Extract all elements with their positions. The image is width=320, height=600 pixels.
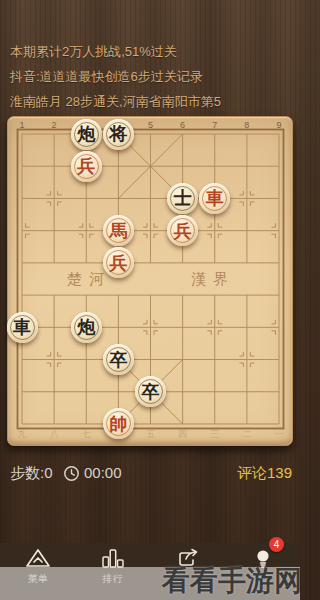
piece-black-soldier[interactable]: 卒 — [103, 344, 134, 375]
ticker-line-2: 抖音:道道道最快创造6步过关记录 — [10, 69, 203, 85]
piece-black-cannon[interactable]: 炮 — [71, 119, 102, 150]
piece-red-chariot[interactable]: 車 — [199, 183, 230, 214]
piece-black-general[interactable]: 将 — [103, 119, 134, 150]
ticker-line-1: 本期累计2万人挑战,51%过关 — [10, 44, 177, 60]
xiangqi-board[interactable]: 123456789 九八七六五四三二一 楚河 漢界 炮将兵士車馬兵兵車炮卒卒帥 — [7, 116, 293, 446]
move-counter: 步数:0 — [10, 464, 53, 483]
coord-top-5: 5 — [148, 120, 153, 130]
coord-top-2: 2 — [52, 120, 57, 130]
ticker-line-3: 淮南皓月 28步通关,河南省南阳市第5 — [10, 94, 221, 110]
piece-black-chariot[interactable]: 車 — [7, 312, 38, 343]
coord-top-8: 8 — [244, 120, 249, 130]
coord-bottom-6: 四 — [178, 428, 187, 441]
move-count-value: 0 — [44, 464, 52, 481]
coord-bottom-1: 九 — [18, 428, 27, 441]
coord-bottom-8: 二 — [242, 428, 251, 441]
watermark-text: 看看手游网 — [162, 564, 300, 598]
coord-bottom-9: 一 — [275, 428, 284, 441]
ranking-bars-icon — [100, 548, 126, 568]
piece-red-horse[interactable]: 馬 — [103, 215, 134, 246]
comments-button[interactable]: 评论139 — [237, 464, 292, 483]
coord-bottom-7: 三 — [210, 428, 219, 441]
river-label-right: 漢界 — [191, 270, 235, 289]
coord-top-1: 1 — [19, 120, 24, 130]
piece-black-cannon[interactable]: 炮 — [71, 312, 102, 343]
timer-value: 00:00 — [84, 464, 122, 481]
coord-top-7: 7 — [212, 120, 217, 130]
coord-top-9: 9 — [276, 120, 281, 130]
menu-up-icon — [25, 548, 51, 568]
piece-red-soldier[interactable]: 兵 — [71, 151, 102, 182]
river-label-left: 楚河 — [67, 270, 111, 289]
clock-icon — [63, 465, 80, 482]
coord-bottom-5: 五 — [146, 428, 155, 441]
coord-top-6: 6 — [180, 120, 185, 130]
coord-bottom-2: 八 — [50, 428, 59, 441]
status-bar: 步数:0 00:00 评论139 — [0, 464, 300, 484]
notification-badge: 4 — [269, 537, 284, 552]
coord-bottom-3: 七 — [82, 428, 91, 441]
piece-black-advisor[interactable]: 士 — [167, 183, 198, 214]
